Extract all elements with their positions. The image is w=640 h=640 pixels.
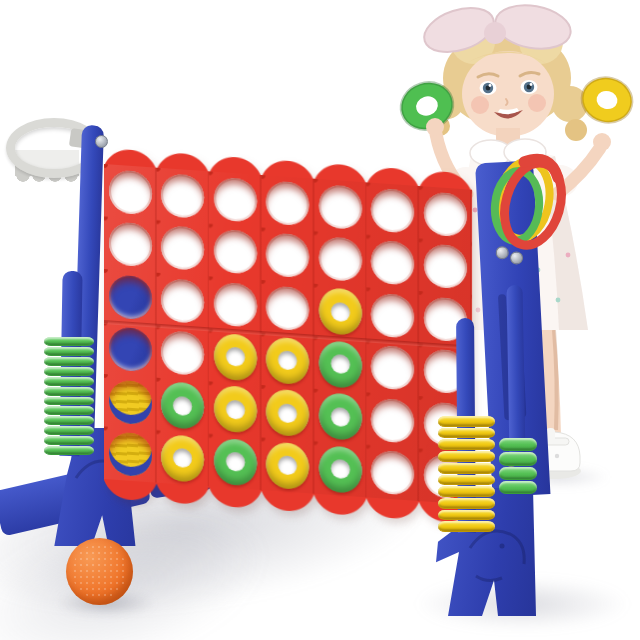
yellow-toss-ring xyxy=(438,416,495,427)
ring-toss-post-rear xyxy=(507,285,526,457)
green-toss-ring xyxy=(499,452,537,465)
board-hole xyxy=(424,191,467,237)
board-hole xyxy=(266,443,309,489)
board-cell-r4-c5[interactable] xyxy=(314,336,367,392)
green-ring-stack-right xyxy=(499,438,537,494)
board-hole xyxy=(161,225,204,271)
green-toss-ring xyxy=(44,397,94,406)
board-hole xyxy=(319,394,362,440)
yellow-toss-ring xyxy=(438,475,495,486)
board-hole xyxy=(371,292,414,338)
green-toss-ring xyxy=(499,438,537,451)
board-hole xyxy=(319,236,362,282)
green-toss-ring xyxy=(44,416,94,425)
board-hole xyxy=(266,233,309,279)
disc-center-hole xyxy=(331,302,350,322)
board-cell-r3-c4[interactable] xyxy=(262,280,315,336)
board-cell-r4-c4[interactable] xyxy=(262,333,315,389)
board-hole xyxy=(214,439,257,485)
board-cell-r1-c3[interactable] xyxy=(209,171,262,227)
connect-four-board xyxy=(104,146,472,525)
board-hole xyxy=(161,173,204,219)
green-toss-ring xyxy=(499,467,537,480)
board-hole xyxy=(109,379,152,425)
yellow-ring-stack xyxy=(438,416,495,532)
board-hole xyxy=(161,383,204,429)
board-hole xyxy=(214,229,257,275)
board-cell-r1-c1[interactable] xyxy=(104,164,157,220)
yellow-toss-ring xyxy=(438,486,495,497)
board-cell-r6-c2[interactable] xyxy=(157,430,210,486)
disc-center-hole xyxy=(278,403,297,423)
disc-center-hole xyxy=(173,448,192,468)
board-cell-r1-c7[interactable] xyxy=(419,186,472,242)
yellow-disc xyxy=(266,441,309,490)
green-toss-ring xyxy=(44,377,94,386)
yellow-disc xyxy=(214,385,257,434)
board-cell-r3-c5[interactable] xyxy=(314,284,367,340)
board-hole xyxy=(266,285,309,331)
green-ring-stack xyxy=(44,337,94,455)
disc-center-hole xyxy=(278,455,297,475)
board-cell-r2-c1[interactable] xyxy=(104,217,157,273)
green-disc xyxy=(319,445,362,494)
green-toss-ring xyxy=(499,481,537,494)
board-cell-r3-c2[interactable] xyxy=(157,273,210,329)
disc-center-hole xyxy=(278,350,297,370)
board-cell-r3-c6[interactable] xyxy=(367,287,420,343)
disc-center-hole xyxy=(331,354,350,374)
yellow-disc xyxy=(214,332,257,381)
board-cell-r2-c2[interactable] xyxy=(157,220,210,276)
board-hole xyxy=(161,330,204,376)
disc-center-hole xyxy=(226,399,245,419)
yellow-disc xyxy=(266,336,309,385)
board-cell-r2-c5[interactable] xyxy=(314,231,367,287)
yellow-toss-ring xyxy=(438,498,495,509)
product-photo xyxy=(0,0,640,640)
board-cell-r5-c6[interactable] xyxy=(367,392,420,448)
board-cell-r4-c2[interactable] xyxy=(157,325,210,381)
board-hole xyxy=(109,222,152,268)
board-hole xyxy=(161,435,204,481)
yellow-disc xyxy=(266,389,309,438)
disc-center-hole xyxy=(226,452,245,472)
green-toss-ring xyxy=(44,387,94,396)
green-toss-ring xyxy=(44,436,94,445)
board-hole xyxy=(109,327,152,373)
green-disc xyxy=(319,392,362,441)
board-cell-r6-c1[interactable] xyxy=(104,427,157,483)
green-disc xyxy=(161,381,204,430)
board-hole xyxy=(266,180,309,226)
board-hole xyxy=(371,450,414,496)
disc-center-hole xyxy=(226,347,245,367)
green-toss-ring xyxy=(44,406,94,415)
board-hole xyxy=(214,334,257,380)
yellow-disc xyxy=(319,287,362,336)
yellow-toss-ring xyxy=(438,510,495,521)
yellow-toss-ring xyxy=(438,439,495,450)
board-hole xyxy=(109,432,152,478)
play-ball xyxy=(66,538,133,605)
board-hole xyxy=(266,338,309,384)
green-toss-ring xyxy=(44,337,94,346)
board-hole xyxy=(214,281,257,327)
board-hole xyxy=(319,184,362,230)
board-hole xyxy=(266,390,309,436)
disc-center-hole xyxy=(331,407,350,427)
board-cell-r5-c4[interactable] xyxy=(262,385,315,441)
board-hole xyxy=(371,397,414,443)
board-hole xyxy=(371,345,414,391)
green-toss-ring xyxy=(44,426,94,435)
green-toss-ring xyxy=(44,357,94,366)
board-hole xyxy=(424,244,467,290)
board-hole xyxy=(319,446,362,492)
board-grid xyxy=(104,164,472,505)
board-cell-r4-c1[interactable] xyxy=(104,322,157,378)
board-cell-r6-c3[interactable] xyxy=(209,434,262,490)
board-cell-r2-c3[interactable] xyxy=(209,224,262,280)
board-hole xyxy=(214,176,257,222)
board-hole xyxy=(161,278,204,324)
yellow-toss-ring xyxy=(438,521,495,532)
yellow-toss-ring xyxy=(438,451,495,462)
board-hole xyxy=(214,386,257,432)
board-cell-r1-c6[interactable] xyxy=(367,182,420,238)
board-cell-r3-c3[interactable] xyxy=(209,276,262,332)
board-cell-r2-c4[interactable] xyxy=(262,228,315,284)
board-hole xyxy=(371,240,414,286)
yellow-toss-ring xyxy=(438,428,495,439)
yellow-disc xyxy=(161,434,204,483)
board-cell-r2-c6[interactable] xyxy=(367,235,420,291)
board-cell-r4-c6[interactable] xyxy=(367,340,420,396)
held-yellow-ring xyxy=(577,73,636,128)
board-cell-r2-c7[interactable] xyxy=(419,239,472,295)
board-hole xyxy=(371,187,414,233)
board-cell-r6-c6[interactable] xyxy=(367,445,420,501)
board-cell-r6-c5[interactable] xyxy=(314,441,367,497)
board-cell-r5-c2[interactable] xyxy=(157,378,210,434)
green-toss-ring xyxy=(44,446,94,455)
yellow-toss-ring xyxy=(438,463,495,474)
board-cell-r5-c5[interactable] xyxy=(314,389,367,445)
disc-center-hole xyxy=(173,396,192,416)
green-disc xyxy=(319,340,362,389)
child-face xyxy=(462,51,554,137)
board-cell-r4-c3[interactable] xyxy=(209,329,262,385)
hanging-rings xyxy=(486,148,572,258)
board-hole xyxy=(109,169,152,215)
board-hole xyxy=(109,274,152,320)
green-toss-ring xyxy=(44,347,94,356)
disc-center-hole xyxy=(331,459,350,479)
board-cell-r5-c1[interactable] xyxy=(104,374,157,430)
board-cell-r5-c3[interactable] xyxy=(209,381,262,437)
board-cell-r6-c4[interactable] xyxy=(262,438,315,494)
green-disc xyxy=(214,437,257,486)
board-hole xyxy=(319,341,362,387)
board-cell-r1-c5[interactable] xyxy=(314,179,367,235)
board-cell-r1-c2[interactable] xyxy=(157,168,210,224)
board-cell-r3-c1[interactable] xyxy=(104,269,157,325)
board-cell-r1-c4[interactable] xyxy=(262,175,315,231)
green-toss-ring xyxy=(44,367,94,376)
board-hole xyxy=(319,289,362,335)
